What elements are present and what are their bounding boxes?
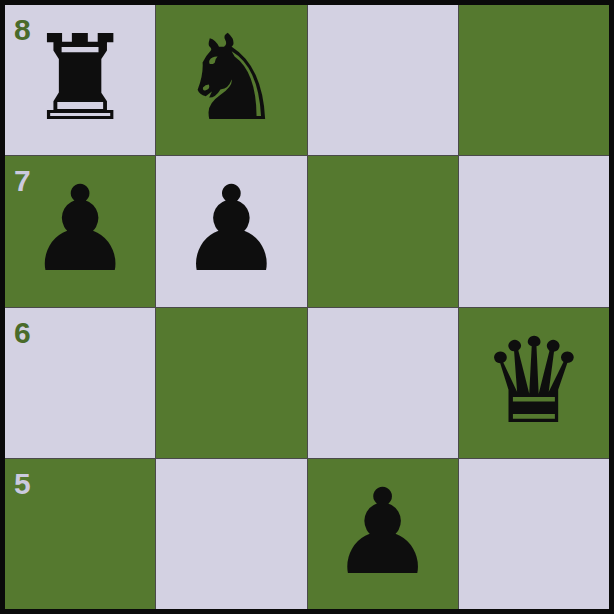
black-rook-piece[interactable]: ♜ xyxy=(27,19,133,137)
square-b5[interactable] xyxy=(156,459,306,609)
square-b7[interactable]: ♟ xyxy=(156,156,306,306)
square-a7[interactable]: 7♟ xyxy=(5,156,155,306)
rank-label-6: 6 xyxy=(14,318,31,348)
square-d7[interactable] xyxy=(459,156,609,306)
square-b6[interactable] xyxy=(156,308,306,458)
rank-label-5: 5 xyxy=(14,469,31,499)
square-b8[interactable]: ♞ xyxy=(156,5,306,155)
black-pawn-piece[interactable]: ♟ xyxy=(27,170,133,288)
black-queen-piece[interactable]: ♛ xyxy=(481,322,587,440)
square-a8[interactable]: 8♜ xyxy=(5,5,155,155)
black-pawn-piece[interactable]: ♟ xyxy=(330,473,436,591)
chess-board-frame: 8♜♞7♟♟6♛5♟ xyxy=(0,0,614,614)
square-c8[interactable] xyxy=(308,5,458,155)
black-pawn-piece[interactable]: ♟ xyxy=(178,170,284,288)
square-c5[interactable]: ♟ xyxy=(308,459,458,609)
black-knight-piece[interactable]: ♞ xyxy=(178,19,284,137)
square-c7[interactable] xyxy=(308,156,458,306)
square-d5[interactable] xyxy=(459,459,609,609)
square-a5[interactable]: 5 xyxy=(5,459,155,609)
chess-board: 8♜♞7♟♟6♛5♟ xyxy=(5,5,609,609)
square-a6[interactable]: 6 xyxy=(5,308,155,458)
square-c6[interactable] xyxy=(308,308,458,458)
square-d6[interactable]: ♛ xyxy=(459,308,609,458)
square-d8[interactable] xyxy=(459,5,609,155)
